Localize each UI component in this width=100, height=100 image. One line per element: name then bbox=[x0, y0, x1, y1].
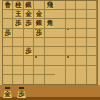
board-cell[interactable] bbox=[76, 1, 86, 10]
board-cell[interactable] bbox=[45, 38, 55, 47]
hand-piece[interactable]: 歩 bbox=[17, 90, 26, 98]
board-cell[interactable] bbox=[55, 19, 65, 28]
board-cell[interactable]: 金 bbox=[24, 10, 34, 19]
hand-piece[interactable]: 金 bbox=[3, 90, 12, 98]
tray-bottom-bar bbox=[0, 97, 100, 100]
board-cell[interactable] bbox=[76, 19, 86, 28]
board-cell[interactable] bbox=[3, 75, 13, 84]
board-cell[interactable] bbox=[34, 1, 44, 10]
board-cell[interactable]: 歩 bbox=[13, 19, 23, 28]
board-cell[interactable]: 銀 bbox=[34, 19, 44, 28]
board-cell[interactable] bbox=[13, 75, 23, 84]
board-cell[interactable] bbox=[3, 66, 13, 75]
board-cell[interactable] bbox=[3, 47, 13, 56]
shogi-piece[interactable]: 歩 bbox=[14, 20, 23, 28]
board-cell[interactable]: 金 bbox=[34, 10, 44, 19]
board-cell[interactable] bbox=[87, 10, 97, 19]
board-cell[interactable] bbox=[87, 1, 97, 10]
board-cell[interactable] bbox=[76, 47, 86, 56]
shogi-piece[interactable]: 角 bbox=[45, 20, 54, 28]
board-cell[interactable] bbox=[24, 66, 34, 75]
board-cell[interactable]: 香 bbox=[3, 1, 13, 10]
board-cell[interactable] bbox=[76, 66, 86, 75]
board-cell[interactable] bbox=[55, 10, 65, 19]
board-cell[interactable] bbox=[87, 56, 97, 65]
shogi-app-screen: 香桂銀飛王金金歩歩銀角歩歩歩 金歩 bbox=[0, 0, 100, 100]
hand-piece-count-tick bbox=[5, 87, 10, 89]
shogi-piece[interactable]: 銀 bbox=[24, 1, 33, 9]
board-cell[interactable] bbox=[55, 75, 65, 84]
board-cell[interactable] bbox=[55, 1, 65, 10]
board-cell[interactable] bbox=[66, 29, 76, 38]
board-cell[interactable] bbox=[76, 10, 86, 19]
board-cell[interactable]: 歩 bbox=[24, 47, 34, 56]
board-cell[interactable] bbox=[24, 75, 34, 84]
board-cell[interactable] bbox=[66, 38, 76, 47]
board-cell[interactable] bbox=[55, 29, 65, 38]
board-cell[interactable] bbox=[13, 38, 23, 47]
shogi-piece[interactable]: 桂 bbox=[14, 1, 23, 9]
board-cell[interactable] bbox=[66, 19, 76, 28]
board-cell[interactable] bbox=[66, 66, 76, 75]
shogi-piece[interactable]: 香 bbox=[3, 1, 12, 9]
board-cell[interactable] bbox=[76, 56, 86, 65]
board-cell[interactable]: 銀 bbox=[24, 1, 34, 10]
board-cell[interactable]: 飛 bbox=[45, 1, 55, 10]
shogi-piece[interactable]: 歩 bbox=[24, 47, 33, 55]
board-cell[interactable] bbox=[66, 1, 76, 10]
board-cell[interactable] bbox=[87, 66, 97, 75]
hand-piece-slot[interactable]: 歩 bbox=[17, 87, 27, 99]
board-cell[interactable] bbox=[3, 19, 13, 28]
board-cell[interactable] bbox=[24, 29, 34, 38]
board-cell[interactable] bbox=[34, 66, 44, 75]
board-cell[interactable]: 王 bbox=[13, 10, 23, 19]
shogi-piece[interactable]: 金 bbox=[24, 10, 33, 18]
board-cell[interactable] bbox=[45, 56, 55, 65]
board-cell[interactable]: 歩 bbox=[34, 29, 44, 38]
shogi-piece[interactable]: 歩 bbox=[35, 29, 44, 37]
shogi-piece[interactable]: 銀 bbox=[35, 20, 44, 28]
board-cell[interactable] bbox=[87, 47, 97, 56]
board-cell[interactable] bbox=[55, 66, 65, 75]
captured-pieces-tray: 金歩 bbox=[0, 85, 100, 100]
board-cell[interactable] bbox=[55, 47, 65, 56]
board-cell[interactable]: 歩 bbox=[3, 29, 13, 38]
board-cell[interactable] bbox=[66, 47, 76, 56]
board-cell[interactable] bbox=[76, 38, 86, 47]
board-cell[interactable] bbox=[55, 38, 65, 47]
board-cell[interactable] bbox=[66, 10, 76, 19]
shogi-piece[interactable]: 歩 bbox=[3, 29, 12, 37]
board-cell[interactable] bbox=[55, 56, 65, 65]
board-cell[interactable]: 歩 bbox=[24, 19, 34, 28]
board-cell[interactable] bbox=[87, 75, 97, 84]
board-cell[interactable] bbox=[3, 10, 13, 19]
shogi-piece[interactable]: 王 bbox=[14, 10, 23, 18]
board-cell[interactable]: 角 bbox=[45, 19, 55, 28]
board-cell[interactable] bbox=[66, 56, 76, 65]
board-cell[interactable] bbox=[45, 75, 55, 84]
board-cell[interactable] bbox=[13, 56, 23, 65]
board-cell[interactable] bbox=[3, 56, 13, 65]
board-cell[interactable] bbox=[24, 56, 34, 65]
shogi-piece[interactable]: 金 bbox=[35, 10, 44, 18]
board-cell[interactable]: 桂 bbox=[13, 1, 23, 10]
board-cell[interactable] bbox=[87, 29, 97, 38]
board-cell[interactable] bbox=[13, 66, 23, 75]
board-cell[interactable] bbox=[87, 19, 97, 28]
board-cell[interactable] bbox=[76, 29, 86, 38]
board-cell[interactable] bbox=[13, 29, 23, 38]
hand-piece-slot[interactable]: 金 bbox=[3, 87, 13, 99]
board-cell[interactable] bbox=[34, 47, 44, 56]
board-cell[interactable] bbox=[76, 75, 86, 84]
hand-piece-count-tick bbox=[19, 87, 24, 89]
board-cell[interactable] bbox=[66, 75, 76, 84]
board-cell[interactable] bbox=[13, 47, 23, 56]
shogi-piece[interactable]: 歩 bbox=[24, 20, 33, 28]
board-cell[interactable] bbox=[34, 75, 44, 84]
board-cell[interactable] bbox=[24, 38, 34, 47]
shogi-piece[interactable]: 飛 bbox=[45, 1, 54, 9]
board-cell[interactable] bbox=[45, 10, 55, 19]
board-cell[interactable] bbox=[34, 56, 44, 65]
board-cell[interactable] bbox=[34, 38, 44, 47]
board-cell[interactable] bbox=[45, 29, 55, 38]
board-cell[interactable] bbox=[45, 47, 55, 56]
board-cell[interactable] bbox=[87, 38, 97, 47]
board-cell[interactable] bbox=[3, 38, 13, 47]
shogi-board: 香桂銀飛王金金歩歩銀角歩歩歩 bbox=[2, 0, 98, 85]
board-cell[interactable] bbox=[45, 66, 55, 75]
